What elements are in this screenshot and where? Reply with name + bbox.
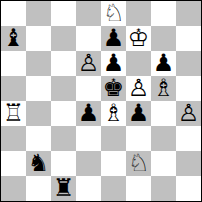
square-e3[interactable] — [101, 126, 126, 151]
square-a5[interactable] — [1, 76, 26, 101]
white-knight-piece: ♘ — [128, 151, 150, 176]
square-b2[interactable]: ♞ — [26, 151, 51, 176]
square-d5[interactable] — [76, 76, 101, 101]
square-e1[interactable] — [101, 176, 126, 201]
square-a2[interactable] — [1, 151, 26, 176]
square-d8[interactable] — [76, 1, 101, 26]
square-e6[interactable]: ♟ — [101, 51, 126, 76]
square-f5[interactable]: ♙ — [126, 76, 151, 101]
square-d7[interactable] — [76, 26, 101, 51]
square-c8[interactable] — [51, 1, 76, 26]
square-e4[interactable]: ♗ — [101, 101, 126, 126]
square-c2[interactable] — [51, 151, 76, 176]
square-a3[interactable] — [1, 126, 26, 151]
square-g1[interactable] — [151, 176, 176, 201]
square-a4[interactable]: ♖ — [1, 101, 26, 126]
white-king-piece: ♔ — [128, 26, 150, 51]
black-pawn-piece: ♟ — [103, 26, 125, 51]
square-f1[interactable] — [126, 176, 151, 201]
square-c5[interactable] — [51, 76, 76, 101]
square-a1[interactable] — [1, 176, 26, 201]
square-c6[interactable] — [51, 51, 76, 76]
square-g8[interactable] — [151, 1, 176, 26]
black-pawn-piece: ♟ — [78, 101, 100, 126]
square-d2[interactable] — [76, 151, 101, 176]
square-e2[interactable] — [101, 151, 126, 176]
chess-board: ♘♝♟♔♙♟♟♚♙♗♖♟♗♟♙♞♘♜ — [0, 0, 202, 202]
square-h7[interactable] — [176, 26, 201, 51]
square-e7[interactable]: ♟ — [101, 26, 126, 51]
square-e8[interactable]: ♘ — [101, 1, 126, 26]
white-bishop-piece: ♗ — [153, 76, 175, 101]
square-b7[interactable] — [26, 26, 51, 51]
square-g4[interactable] — [151, 101, 176, 126]
square-g5[interactable]: ♗ — [151, 76, 176, 101]
square-f3[interactable] — [126, 126, 151, 151]
square-d4[interactable]: ♟ — [76, 101, 101, 126]
black-rook-piece: ♜ — [53, 176, 75, 201]
square-a8[interactable] — [1, 1, 26, 26]
square-d6[interactable]: ♙ — [76, 51, 101, 76]
white-pawn-piece: ♙ — [128, 76, 150, 101]
black-pawn-piece: ♟ — [153, 51, 175, 76]
square-b8[interactable] — [26, 1, 51, 26]
square-f4[interactable]: ♟ — [126, 101, 151, 126]
black-bishop-piece: ♝ — [3, 26, 25, 51]
square-a6[interactable] — [1, 51, 26, 76]
square-c4[interactable] — [51, 101, 76, 126]
square-g2[interactable] — [151, 151, 176, 176]
square-g7[interactable] — [151, 26, 176, 51]
white-knight-piece: ♘ — [103, 1, 125, 26]
black-pawn-piece: ♟ — [103, 51, 125, 76]
square-f2[interactable]: ♘ — [126, 151, 151, 176]
square-b4[interactable] — [26, 101, 51, 126]
white-pawn-piece: ♙ — [178, 101, 200, 126]
square-h2[interactable] — [176, 151, 201, 176]
square-a7[interactable]: ♝ — [1, 26, 26, 51]
square-f7[interactable]: ♔ — [126, 26, 151, 51]
square-c3[interactable] — [51, 126, 76, 151]
square-b1[interactable] — [26, 176, 51, 201]
square-g6[interactable]: ♟ — [151, 51, 176, 76]
square-h1[interactable] — [176, 176, 201, 201]
square-g3[interactable] — [151, 126, 176, 151]
white-rook-piece: ♖ — [3, 101, 25, 126]
square-b6[interactable] — [26, 51, 51, 76]
square-f8[interactable] — [126, 1, 151, 26]
square-d1[interactable] — [76, 176, 101, 201]
white-pawn-piece: ♙ — [78, 51, 100, 76]
square-h3[interactable] — [176, 126, 201, 151]
square-c7[interactable] — [51, 26, 76, 51]
square-e5[interactable]: ♚ — [101, 76, 126, 101]
white-bishop-piece: ♗ — [103, 101, 125, 126]
square-c1[interactable]: ♜ — [51, 176, 76, 201]
black-knight-piece: ♞ — [28, 151, 50, 176]
black-pawn-piece: ♟ — [128, 101, 150, 126]
square-h6[interactable] — [176, 51, 201, 76]
square-h4[interactable]: ♙ — [176, 101, 201, 126]
square-h5[interactable] — [176, 76, 201, 101]
square-h8[interactable] — [176, 1, 201, 26]
square-d3[interactable] — [76, 126, 101, 151]
square-b3[interactable] — [26, 126, 51, 151]
square-b5[interactable] — [26, 76, 51, 101]
square-f6[interactable] — [126, 51, 151, 76]
black-king-piece: ♚ — [103, 76, 125, 101]
